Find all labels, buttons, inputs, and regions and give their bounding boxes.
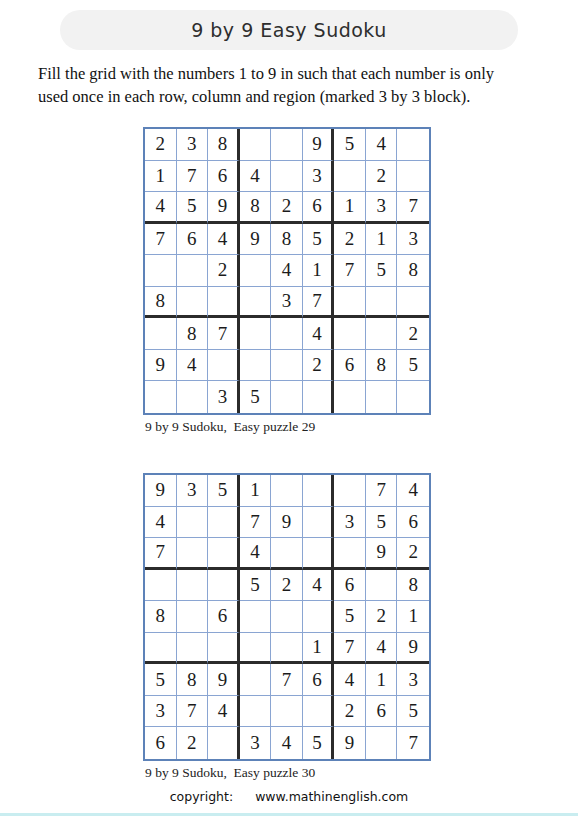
sudoku-cell[interactable] xyxy=(397,161,429,193)
sudoku-cell[interactable] xyxy=(334,381,366,413)
sudoku-cell: 2 xyxy=(303,350,335,382)
sudoku-cell: 6 xyxy=(303,192,335,224)
sudoku-cell[interactable] xyxy=(334,475,366,507)
sudoku-cell: 8 xyxy=(208,129,240,161)
sudoku-cell[interactable] xyxy=(145,633,177,665)
sudoku-cell[interactable] xyxy=(145,570,177,602)
sudoku-cell: 2 xyxy=(397,318,429,350)
sudoku-cell[interactable] xyxy=(208,570,240,602)
footer-divider-line xyxy=(0,813,578,816)
sudoku-cell: 6 xyxy=(208,601,240,633)
sudoku-cell: 7 xyxy=(177,696,209,728)
sudoku-cell[interactable] xyxy=(366,570,398,602)
sudoku-cell: 1 xyxy=(145,161,177,193)
sudoku-cell: 5 xyxy=(208,475,240,507)
sudoku-cell: 9 xyxy=(334,727,366,759)
sudoku-cell: 2 xyxy=(366,161,398,193)
sudoku-cell: 3 xyxy=(177,475,209,507)
sudoku-cell[interactable] xyxy=(366,318,398,350)
sudoku-cell[interactable] xyxy=(177,255,209,287)
sudoku-cell[interactable] xyxy=(271,350,303,382)
sudoku-cell: 8 xyxy=(177,318,209,350)
sudoku-cell: 2 xyxy=(366,601,398,633)
sudoku-cell: 3 xyxy=(177,129,209,161)
sudoku-cell: 5 xyxy=(366,507,398,539)
sudoku-cell[interactable] xyxy=(177,287,209,319)
sudoku-cell: 9 xyxy=(145,475,177,507)
sudoku-cell: 6 xyxy=(397,507,429,539)
sudoku-cell: 4 xyxy=(271,727,303,759)
sudoku-cell[interactable] xyxy=(145,318,177,350)
sudoku-cell: 6 xyxy=(366,696,398,728)
sudoku-cell[interactable] xyxy=(240,129,272,161)
sudoku-cell: 1 xyxy=(240,475,272,507)
sudoku-cell: 6 xyxy=(334,570,366,602)
sudoku-cell: 2 xyxy=(145,129,177,161)
sudoku-cell: 4 xyxy=(177,350,209,382)
sudoku-cell: 4 xyxy=(334,664,366,696)
sudoku-cell[interactable] xyxy=(177,601,209,633)
sudoku-cell: 4 xyxy=(303,570,335,602)
sudoku-cell: 2 xyxy=(334,224,366,256)
sudoku-cell[interactable] xyxy=(271,381,303,413)
sudoku-cell: 7 xyxy=(334,633,366,665)
sudoku-cell: 4 xyxy=(303,318,335,350)
sudoku-cell: 3 xyxy=(303,161,335,193)
sudoku-cell[interactable] xyxy=(271,696,303,728)
copyright-label: copyright: xyxy=(170,789,233,804)
sudoku-cell: 1 xyxy=(334,192,366,224)
sudoku-cell: 9 xyxy=(208,664,240,696)
sudoku-cell: 6 xyxy=(334,350,366,382)
puzzle-30-caption: 9 by 9 Sudoku, Easy puzzle 30 xyxy=(143,765,431,781)
sudoku-cell[interactable] xyxy=(334,161,366,193)
sudoku-cell[interactable] xyxy=(208,727,240,759)
sudoku-cell: 9 xyxy=(208,192,240,224)
sudoku-cell[interactable] xyxy=(366,381,398,413)
sudoku-cell: 7 xyxy=(366,475,398,507)
sudoku-cell[interactable] xyxy=(240,664,272,696)
sudoku-cell: 8 xyxy=(145,287,177,319)
sudoku-cell: 4 xyxy=(271,255,303,287)
sudoku-cell: 4 xyxy=(366,129,398,161)
sudoku-cell: 2 xyxy=(177,727,209,759)
sudoku-cell: 7 xyxy=(397,727,429,759)
sudoku-cell[interactable] xyxy=(271,633,303,665)
sudoku-cell: 4 xyxy=(397,475,429,507)
sudoku-cell[interactable] xyxy=(177,538,209,570)
sudoku-cell: 7 xyxy=(208,318,240,350)
sudoku-cell[interactable] xyxy=(177,507,209,539)
sudoku-cell: 1 xyxy=(366,664,398,696)
sudoku-cell: 4 xyxy=(366,633,398,665)
sudoku-cell: 7 xyxy=(145,224,177,256)
sudoku-cell: 8 xyxy=(240,192,272,224)
instructions: Fill the grid with the numbers 1 to 9 in… xyxy=(38,62,558,108)
sudoku-cell[interactable] xyxy=(303,601,335,633)
sudoku-cell[interactable] xyxy=(303,696,335,728)
sudoku-cell: 7 xyxy=(240,507,272,539)
sudoku-cell[interactable] xyxy=(240,318,272,350)
sudoku-cell[interactable] xyxy=(208,538,240,570)
sudoku-cell: 8 xyxy=(397,255,429,287)
sudoku-cell[interactable] xyxy=(303,538,335,570)
sudoku-cell: 1 xyxy=(303,255,335,287)
sudoku-cell[interactable] xyxy=(240,696,272,728)
sudoku-cell: 4 xyxy=(208,696,240,728)
sudoku-cell: 5 xyxy=(366,255,398,287)
sudoku-cell: 1 xyxy=(366,224,398,256)
title-pill: 9 by 9 Easy Sudoku xyxy=(60,10,518,50)
sudoku-cell: 1 xyxy=(303,633,335,665)
sudoku-cell[interactable] xyxy=(177,633,209,665)
instructions-line-2: used once in each row, column and region… xyxy=(38,85,558,108)
puzzle-29-section: 2389541764324598261377649852132417588378… xyxy=(143,127,431,435)
sudoku-cell[interactable] xyxy=(177,570,209,602)
sudoku-cell: 3 xyxy=(208,381,240,413)
sudoku-cell: 3 xyxy=(366,192,398,224)
sudoku-cell: 8 xyxy=(145,601,177,633)
sudoku-cell[interactable] xyxy=(366,727,398,759)
sudoku-cell[interactable] xyxy=(271,129,303,161)
sudoku-cell: 3 xyxy=(397,224,429,256)
sudoku-cell: 5 xyxy=(240,381,272,413)
sudoku-cell: 8 xyxy=(397,570,429,602)
sudoku-cell: 7 xyxy=(177,161,209,193)
sudoku-cell[interactable] xyxy=(271,538,303,570)
sudoku-cell: 7 xyxy=(271,664,303,696)
sudoku-cell: 3 xyxy=(334,507,366,539)
sudoku-cell: 3 xyxy=(271,287,303,319)
sudoku-cell[interactable] xyxy=(366,287,398,319)
sudoku-cell: 9 xyxy=(145,350,177,382)
sudoku-cell[interactable] xyxy=(208,507,240,539)
sudoku-cell: 5 xyxy=(145,664,177,696)
sudoku-cell[interactable] xyxy=(240,287,272,319)
sudoku-cell: 6 xyxy=(303,664,335,696)
sudoku-cell: 9 xyxy=(240,224,272,256)
sudoku-cell: 2 xyxy=(271,570,303,602)
puzzle-29-caption: 9 by 9 Sudoku, Easy puzzle 29 xyxy=(143,419,431,435)
sudoku-grid-puzzle-30: 9351744793567492524688652117495897641337… xyxy=(143,473,431,761)
puzzle-30-section: 9351744793567492524688652117495897641337… xyxy=(143,473,431,781)
sudoku-cell: 2 xyxy=(208,255,240,287)
page-title: 9 by 9 Easy Sudoku xyxy=(191,19,387,41)
sudoku-cell[interactable] xyxy=(334,318,366,350)
sudoku-cell: 2 xyxy=(397,538,429,570)
sudoku-cell: 5 xyxy=(334,129,366,161)
sudoku-cell: 7 xyxy=(334,255,366,287)
sudoku-cell: 9 xyxy=(303,129,335,161)
sudoku-cell[interactable] xyxy=(303,507,335,539)
sudoku-cell: 7 xyxy=(145,538,177,570)
sudoku-cell: 7 xyxy=(303,287,335,319)
sudoku-cell: 5 xyxy=(397,696,429,728)
sudoku-cell[interactable] xyxy=(271,601,303,633)
sudoku-cell: 9 xyxy=(271,507,303,539)
sudoku-cell: 5 xyxy=(177,192,209,224)
sudoku-cell: 5 xyxy=(397,350,429,382)
sudoku-cell: 6 xyxy=(145,727,177,759)
sudoku-cell[interactable] xyxy=(271,318,303,350)
sudoku-cell: 2 xyxy=(271,192,303,224)
sudoku-cell[interactable] xyxy=(208,633,240,665)
sudoku-cell: 7 xyxy=(397,192,429,224)
sudoku-cell: 4 xyxy=(145,192,177,224)
footer: copyright:www.mathinenglish.com xyxy=(0,789,578,804)
sudoku-cell: 6 xyxy=(177,224,209,256)
sudoku-grid-puzzle-29: 2389541764324598261377649852132417588378… xyxy=(143,127,431,415)
sudoku-cell[interactable] xyxy=(271,475,303,507)
sudoku-cell: 3 xyxy=(397,664,429,696)
sudoku-cell[interactable] xyxy=(145,255,177,287)
sudoku-cell[interactable] xyxy=(303,381,335,413)
sudoku-cell[interactable] xyxy=(303,475,335,507)
sudoku-cell: 3 xyxy=(240,727,272,759)
sudoku-cell[interactable] xyxy=(145,381,177,413)
sudoku-cell: 1 xyxy=(397,601,429,633)
instructions-line-1: Fill the grid with the numbers 1 to 9 in… xyxy=(38,62,558,85)
sudoku-cell: 4 xyxy=(145,507,177,539)
sudoku-cell[interactable] xyxy=(177,381,209,413)
sudoku-cell: 4 xyxy=(240,538,272,570)
website-text: www.mathinenglish.com xyxy=(255,789,408,804)
sudoku-cell: 5 xyxy=(240,570,272,602)
sudoku-cell: 9 xyxy=(366,538,398,570)
sudoku-cell[interactable] xyxy=(397,381,429,413)
sudoku-cell: 5 xyxy=(303,727,335,759)
sudoku-cell: 8 xyxy=(177,664,209,696)
sudoku-cell: 8 xyxy=(366,350,398,382)
sudoku-cell[interactable] xyxy=(208,350,240,382)
sudoku-cell: 3 xyxy=(145,696,177,728)
sudoku-cell: 4 xyxy=(240,161,272,193)
sudoku-cell[interactable] xyxy=(397,129,429,161)
sudoku-cell[interactable] xyxy=(271,161,303,193)
sudoku-cell[interactable] xyxy=(208,287,240,319)
sudoku-cell[interactable] xyxy=(334,538,366,570)
sudoku-cell: 9 xyxy=(397,633,429,665)
sudoku-cell: 8 xyxy=(271,224,303,256)
sudoku-cell[interactable] xyxy=(240,633,272,665)
sudoku-cell[interactable] xyxy=(240,601,272,633)
sudoku-cell[interactable] xyxy=(240,255,272,287)
sudoku-cell[interactable] xyxy=(334,287,366,319)
sudoku-cell: 5 xyxy=(303,224,335,256)
sudoku-cell: 4 xyxy=(208,224,240,256)
sudoku-cell: 5 xyxy=(334,601,366,633)
sudoku-cell: 6 xyxy=(208,161,240,193)
sudoku-cell[interactable] xyxy=(397,287,429,319)
sudoku-cell[interactable] xyxy=(240,350,272,382)
sudoku-cell: 2 xyxy=(334,696,366,728)
